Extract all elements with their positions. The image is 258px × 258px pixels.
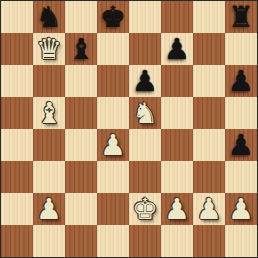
square-b1[interactable] — [33, 225, 65, 257]
square-c5[interactable] — [65, 97, 97, 129]
white-pawn-b2[interactable]: ♟ — [33, 193, 65, 225]
white-pawn-g2[interactable]: ♟ — [193, 193, 225, 225]
square-d6[interactable] — [97, 65, 129, 97]
square-b5[interactable]: ♝ — [33, 97, 65, 129]
square-h7[interactable] — [225, 33, 257, 65]
square-f1[interactable] — [161, 225, 193, 257]
square-a2[interactable] — [1, 193, 33, 225]
white-queen-b7[interactable]: ♛ — [33, 33, 65, 65]
square-d3[interactable] — [97, 161, 129, 193]
square-a7[interactable] — [1, 33, 33, 65]
square-g7[interactable] — [193, 33, 225, 65]
square-g6[interactable] — [193, 65, 225, 97]
chess-board-frame: ♞♚♜♛♝♟♟♟♝♞♟♟♟♚♟♟♟ — [0, 0, 258, 258]
square-f7[interactable]: ♟ — [161, 33, 193, 65]
square-c8[interactable] — [65, 1, 97, 33]
square-c1[interactable] — [65, 225, 97, 257]
white-pawn-f2[interactable]: ♟ — [161, 193, 193, 225]
square-c3[interactable] — [65, 161, 97, 193]
square-c2[interactable] — [65, 193, 97, 225]
square-d1[interactable] — [97, 225, 129, 257]
black-knight-b8[interactable]: ♞ — [33, 1, 65, 33]
square-f2[interactable]: ♟ — [161, 193, 193, 225]
square-d2[interactable] — [97, 193, 129, 225]
white-bishop-b5[interactable]: ♝ — [33, 97, 65, 129]
square-c4[interactable] — [65, 129, 97, 161]
square-a6[interactable] — [1, 65, 33, 97]
black-pawn-h6[interactable]: ♟ — [225, 65, 257, 97]
white-king-e2[interactable]: ♚ — [129, 193, 161, 225]
square-e1[interactable] — [129, 225, 161, 257]
square-b2[interactable]: ♟ — [33, 193, 65, 225]
black-king-d8[interactable]: ♚ — [97, 1, 129, 33]
square-b7[interactable]: ♛ — [33, 33, 65, 65]
square-a3[interactable] — [1, 161, 33, 193]
square-g1[interactable] — [193, 225, 225, 257]
square-e8[interactable] — [129, 1, 161, 33]
square-h6[interactable]: ♟ — [225, 65, 257, 97]
square-e2[interactable]: ♚ — [129, 193, 161, 225]
square-f3[interactable] — [161, 161, 193, 193]
square-g5[interactable] — [193, 97, 225, 129]
square-h4[interactable]: ♟ — [225, 129, 257, 161]
square-h2[interactable]: ♟ — [225, 193, 257, 225]
square-c7[interactable]: ♝ — [65, 33, 97, 65]
square-d7[interactable] — [97, 33, 129, 65]
square-g3[interactable] — [193, 161, 225, 193]
square-a4[interactable] — [1, 129, 33, 161]
black-pawn-e6[interactable]: ♟ — [129, 65, 161, 97]
square-e7[interactable] — [129, 33, 161, 65]
square-h8[interactable]: ♜ — [225, 1, 257, 33]
square-c6[interactable] — [65, 65, 97, 97]
white-pawn-d4[interactable]: ♟ — [97, 129, 129, 161]
square-h1[interactable] — [225, 225, 257, 257]
square-f4[interactable] — [161, 129, 193, 161]
square-b4[interactable] — [33, 129, 65, 161]
square-h5[interactable] — [225, 97, 257, 129]
square-a5[interactable] — [1, 97, 33, 129]
square-d5[interactable] — [97, 97, 129, 129]
square-a1[interactable] — [1, 225, 33, 257]
black-rook-h8[interactable]: ♜ — [225, 1, 257, 33]
square-b8[interactable]: ♞ — [33, 1, 65, 33]
square-f6[interactable] — [161, 65, 193, 97]
square-e3[interactable] — [129, 161, 161, 193]
white-knight-e5[interactable]: ♞ — [129, 97, 161, 129]
square-g4[interactable] — [193, 129, 225, 161]
square-f5[interactable] — [161, 97, 193, 129]
chess-board: ♞♚♜♛♝♟♟♟♝♞♟♟♟♚♟♟♟ — [1, 1, 257, 257]
black-pawn-h4[interactable]: ♟ — [225, 129, 257, 161]
black-bishop-c7[interactable]: ♝ — [65, 33, 97, 65]
black-pawn-f7[interactable]: ♟ — [161, 33, 193, 65]
square-a8[interactable] — [1, 1, 33, 33]
square-h3[interactable] — [225, 161, 257, 193]
white-pawn-h2[interactable]: ♟ — [225, 193, 257, 225]
square-b6[interactable] — [33, 65, 65, 97]
square-b3[interactable] — [33, 161, 65, 193]
square-e5[interactable]: ♞ — [129, 97, 161, 129]
square-e4[interactable] — [129, 129, 161, 161]
square-e6[interactable]: ♟ — [129, 65, 161, 97]
square-g8[interactable] — [193, 1, 225, 33]
square-d4[interactable]: ♟ — [97, 129, 129, 161]
square-g2[interactable]: ♟ — [193, 193, 225, 225]
square-f8[interactable] — [161, 1, 193, 33]
square-d8[interactable]: ♚ — [97, 1, 129, 33]
